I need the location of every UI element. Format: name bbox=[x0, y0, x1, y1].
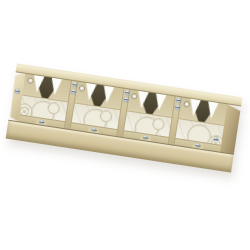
screw-hole bbox=[183, 100, 190, 107]
screw-hole bbox=[27, 77, 34, 84]
screw bbox=[14, 89, 20, 95]
mounting-box bbox=[6, 63, 243, 172]
screw-hole bbox=[131, 92, 138, 99]
screw bbox=[143, 135, 148, 140]
knockout-circle bbox=[47, 102, 61, 116]
compartment-4 bbox=[175, 97, 227, 151]
screw bbox=[39, 119, 44, 124]
compartment-3 bbox=[123, 90, 175, 144]
photo-canvas bbox=[0, 0, 250, 250]
screw-hole bbox=[79, 85, 86, 92]
compartment-2 bbox=[70, 82, 122, 136]
compartment-1 bbox=[18, 74, 70, 128]
screw bbox=[196, 143, 201, 148]
screw bbox=[91, 127, 96, 132]
